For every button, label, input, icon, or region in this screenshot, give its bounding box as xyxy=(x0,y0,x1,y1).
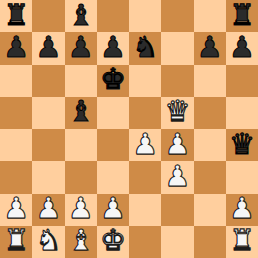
square-d2[interactable]: ♟ xyxy=(97,194,129,226)
square-g2[interactable] xyxy=(194,194,226,226)
piece-black-king: ♚ xyxy=(100,65,126,94)
square-e2[interactable] xyxy=(129,194,161,226)
square-d4[interactable] xyxy=(97,129,129,161)
piece-black-pawn: ♟ xyxy=(35,33,61,62)
square-d5[interactable] xyxy=(97,97,129,129)
piece-white-knight: ♞ xyxy=(35,226,61,255)
square-h1[interactable]: ♜ xyxy=(226,226,258,258)
piece-white-pawn: ♟ xyxy=(35,194,61,223)
piece-white-bishop: ♝ xyxy=(68,226,94,255)
square-b8[interactable] xyxy=(32,0,64,32)
piece-black-knight: ♞ xyxy=(132,33,158,62)
square-c5[interactable]: ♝ xyxy=(65,97,97,129)
square-c8[interactable]: ♝ xyxy=(65,0,97,32)
piece-white-pawn: ♟ xyxy=(164,130,190,159)
square-c1[interactable]: ♝ xyxy=(65,226,97,258)
square-f3[interactable]: ♟ xyxy=(161,161,193,193)
square-f6[interactable] xyxy=(161,65,193,97)
piece-white-pawn: ♟ xyxy=(3,194,29,223)
square-b5[interactable] xyxy=(32,97,64,129)
square-b3[interactable] xyxy=(32,161,64,193)
square-a8[interactable]: ♜ xyxy=(0,0,32,32)
square-h3[interactable] xyxy=(226,161,258,193)
square-e3[interactable] xyxy=(129,161,161,193)
square-d8[interactable] xyxy=(97,0,129,32)
square-g4[interactable] xyxy=(194,129,226,161)
piece-white-rook: ♜ xyxy=(3,226,29,255)
square-g8[interactable] xyxy=(194,0,226,32)
square-f7[interactable] xyxy=(161,32,193,64)
square-e7[interactable]: ♞ xyxy=(129,32,161,64)
piece-black-rook: ♜ xyxy=(3,1,29,30)
piece-white-pawn: ♟ xyxy=(229,194,255,223)
square-e1[interactable] xyxy=(129,226,161,258)
piece-black-pawn: ♟ xyxy=(3,33,29,62)
square-h6[interactable] xyxy=(226,65,258,97)
square-a4[interactable] xyxy=(0,129,32,161)
square-d6[interactable]: ♚ xyxy=(97,65,129,97)
piece-white-queen: ♛ xyxy=(164,97,190,126)
piece-white-king: ♚ xyxy=(100,226,126,255)
square-e5[interactable] xyxy=(129,97,161,129)
piece-black-pawn: ♟ xyxy=(229,33,255,62)
square-a5[interactable] xyxy=(0,97,32,129)
square-d3[interactable] xyxy=(97,161,129,193)
square-e6[interactable] xyxy=(129,65,161,97)
square-b6[interactable] xyxy=(32,65,64,97)
piece-black-queen: ♛ xyxy=(229,130,255,159)
square-f8[interactable] xyxy=(161,0,193,32)
piece-white-pawn: ♟ xyxy=(132,130,158,159)
square-d7[interactable]: ♟ xyxy=(97,32,129,64)
square-g6[interactable] xyxy=(194,65,226,97)
piece-white-rook: ♜ xyxy=(229,226,255,255)
piece-black-bishop: ♝ xyxy=(68,97,94,126)
square-g7[interactable]: ♟ xyxy=(194,32,226,64)
square-b4[interactable] xyxy=(32,129,64,161)
chess-board: ♜♝♜♟♟♟♟♞♟♟♚♝♛♟♟♛♟♟♟♟♟♟♜♞♝♚♜ xyxy=(0,0,258,258)
square-a7[interactable]: ♟ xyxy=(0,32,32,64)
piece-black-pawn: ♟ xyxy=(68,33,94,62)
square-a1[interactable]: ♜ xyxy=(0,226,32,258)
square-c6[interactable] xyxy=(65,65,97,97)
square-e4[interactable]: ♟ xyxy=(129,129,161,161)
square-g1[interactable] xyxy=(194,226,226,258)
square-g5[interactable] xyxy=(194,97,226,129)
square-h2[interactable]: ♟ xyxy=(226,194,258,226)
square-b2[interactable]: ♟ xyxy=(32,194,64,226)
piece-black-rook: ♜ xyxy=(229,1,255,30)
square-h4[interactable]: ♛ xyxy=(226,129,258,161)
square-a3[interactable] xyxy=(0,161,32,193)
square-b1[interactable]: ♞ xyxy=(32,226,64,258)
square-h5[interactable] xyxy=(226,97,258,129)
piece-black-bishop: ♝ xyxy=(68,1,94,30)
square-c7[interactable]: ♟ xyxy=(65,32,97,64)
square-h7[interactable]: ♟ xyxy=(226,32,258,64)
square-a2[interactable]: ♟ xyxy=(0,194,32,226)
square-f4[interactable]: ♟ xyxy=(161,129,193,161)
piece-black-pawn: ♟ xyxy=(100,33,126,62)
square-e8[interactable] xyxy=(129,0,161,32)
square-b7[interactable]: ♟ xyxy=(32,32,64,64)
piece-white-pawn: ♟ xyxy=(164,162,190,191)
square-d1[interactable]: ♚ xyxy=(97,226,129,258)
piece-black-pawn: ♟ xyxy=(197,33,223,62)
square-a6[interactable] xyxy=(0,65,32,97)
square-f2[interactable] xyxy=(161,194,193,226)
square-h8[interactable]: ♜ xyxy=(226,0,258,32)
square-f5[interactable]: ♛ xyxy=(161,97,193,129)
piece-white-pawn: ♟ xyxy=(100,194,126,223)
square-c3[interactable] xyxy=(65,161,97,193)
square-c4[interactable] xyxy=(65,129,97,161)
square-f1[interactable] xyxy=(161,226,193,258)
square-g3[interactable] xyxy=(194,161,226,193)
piece-white-pawn: ♟ xyxy=(68,194,94,223)
square-c2[interactable]: ♟ xyxy=(65,194,97,226)
